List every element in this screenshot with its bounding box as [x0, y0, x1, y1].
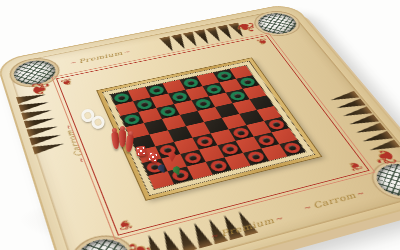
checkerboard-gold-border — [97, 58, 320, 200]
backgammon-point-icon — [228, 23, 247, 38]
red-pawns[interactable] — [112, 130, 138, 154]
scroll-ornament-icon: ❦ — [346, 159, 365, 172]
checkerboard — [109, 65, 307, 190]
red-die[interactable] — [135, 145, 146, 156]
backgammon-point-icon — [157, 229, 181, 250]
inner-frame: ❦ ❦ ❦ ❦ ◆ ◆ ◆ ◆ Carrom Premium — [56, 35, 370, 235]
backgammon-point-icon — [173, 225, 198, 250]
point-group-left — [16, 91, 65, 154]
net-pocket-south — [368, 160, 400, 202]
board-playing-surface: ❦ ❦ ❦ ❦ Premium Carrom Premium Carrom ❦ … — [6, 8, 400, 250]
carrom-game-board: ❦ ❦ ❦ ❦ Premium Carrom Premium Carrom ❦ … — [0, 3, 400, 250]
red-pawn[interactable] — [125, 135, 134, 153]
backgammon-point-icon — [142, 233, 166, 250]
scroll-ornament-icon: ❦ — [116, 217, 135, 232]
checker-piece-red[interactable] — [282, 141, 303, 154]
red-die[interactable] — [147, 151, 159, 163]
backgammon-point-icon — [367, 140, 400, 155]
net-pocket-east — [252, 10, 302, 36]
margin-script-bottom-right: Carrom — [299, 188, 369, 213]
net-pocket-west — [71, 234, 135, 250]
board-photo-scene: ❦ ❦ ❦ ❦ Premium Carrom Premium Carrom ❦ … — [0, 0, 400, 250]
scroll-ornament-icon: ❦ — [255, 37, 270, 46]
backgammon-point-icon — [16, 91, 47, 104]
checkerboard-stitched-border — [102, 61, 315, 196]
net-pocket-north — [11, 57, 60, 88]
scroll-ornament-icon: ❦ — [59, 77, 74, 87]
